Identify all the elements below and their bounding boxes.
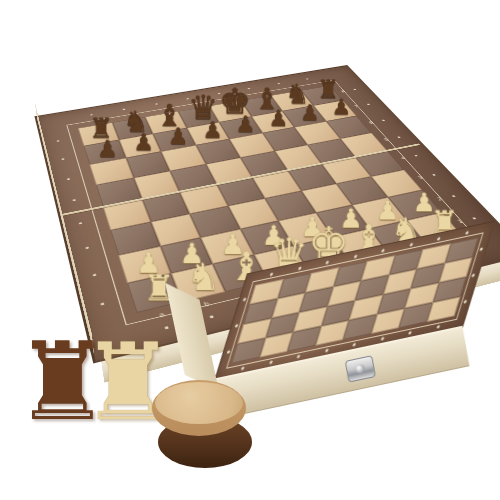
rank-label-5: 5 (383, 138, 390, 143)
border-dot (367, 104, 371, 106)
border-dot (123, 109, 126, 111)
rank-label-2: 2 (436, 196, 444, 202)
piece-black-rook-a8: ♜ (83, 115, 118, 142)
piece-white-pawn-h2: ♟ (403, 190, 443, 216)
border-dot (380, 337, 384, 341)
border-dot (414, 155, 418, 157)
border-dot (437, 237, 441, 241)
border-dot (325, 260, 329, 264)
border-dot (269, 360, 273, 364)
square-e2: ♟ (278, 213, 331, 246)
border-dot (90, 114, 93, 116)
border-dot (217, 93, 220, 95)
border-dot (451, 195, 455, 197)
border-dot (57, 140, 60, 142)
border-dot (79, 222, 83, 225)
border-dot (277, 83, 280, 85)
border-dot (465, 231, 469, 235)
border-dot (155, 103, 158, 105)
border-dot (306, 78, 309, 79)
file-label-b: b (203, 300, 211, 308)
piece-white-pawn-d2: ♟ (252, 222, 294, 249)
square-b5 (133, 171, 179, 199)
border-dot (298, 266, 302, 270)
border-dot (325, 349, 329, 353)
rank-label-7: 7 (353, 105, 360, 109)
border-dot (352, 343, 356, 347)
border-dot (247, 88, 250, 90)
border-dot (353, 255, 357, 259)
border-dot (186, 98, 189, 100)
border-dot (408, 331, 412, 335)
border-dot (479, 247, 483, 251)
border-dot (72, 199, 76, 201)
border-dot (432, 174, 436, 176)
piece-black-knight-g8: ♞ (281, 81, 314, 108)
file-label-a: a (158, 311, 166, 319)
square-h3 (370, 169, 422, 197)
border-dot (270, 272, 274, 276)
border-dot (353, 89, 356, 91)
border-dot (436, 325, 440, 329)
rank-label-6: 6 (368, 121, 375, 125)
border-dot (382, 119, 386, 121)
border-dot (67, 178, 70, 180)
border-dot (210, 315, 215, 318)
border-dot (381, 249, 385, 253)
rank-label-3: 3 (417, 175, 425, 180)
border-dot (93, 273, 97, 276)
border-dot (85, 247, 89, 250)
border-dot (100, 303, 104, 306)
loose-pieces-area: ♜ ♜ (0, 320, 260, 500)
rank-label-8: 8 (340, 90, 346, 94)
product-photo-scene: ♜♞♝♛♚♝♞♜♟♟♟♟♟♟♟♟♟♟♟♟♟♟♟♟♜♞♝♛♚♝♞♜ a1b2c3d… (0, 0, 500, 500)
border-dot (297, 355, 301, 359)
border-dot (409, 243, 413, 247)
border-dot (397, 136, 401, 138)
border-dot (61, 158, 64, 160)
closed-box-clasp-icon (345, 355, 376, 383)
border-dot (471, 273, 475, 277)
border-dot (463, 300, 467, 304)
checker-disc-cream (152, 380, 246, 436)
rank-label-4: 4 (399, 156, 407, 161)
checker-disc-cream-top (155, 382, 243, 424)
